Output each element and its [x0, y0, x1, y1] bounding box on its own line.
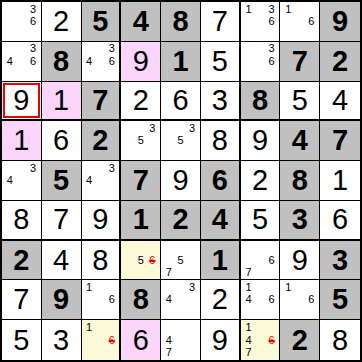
given-digit: 4	[292, 126, 308, 155]
pencil-marks: 47	[161, 320, 200, 360]
cell-r9c3[interactable]: 16	[82, 320, 122, 360]
cell-r4c6[interactable]: 8	[201, 121, 241, 161]
given-digit: 9	[332, 7, 348, 36]
cell-r6c6[interactable]: 4	[201, 201, 241, 241]
given-digit: 8	[292, 166, 308, 195]
cell-r2c7[interactable]: 36	[241, 42, 281, 82]
cell-r1c4[interactable]: 4	[121, 2, 161, 42]
cell-r8c5[interactable]: 34	[161, 280, 201, 320]
cell-r8c9[interactable]: 5	[320, 280, 360, 320]
candidate: 3	[147, 122, 159, 134]
cell-r9c7[interactable]: 1467	[241, 320, 281, 360]
cell-r6c3[interactable]: 9	[82, 201, 122, 241]
cell-r5c1[interactable]: 34	[2, 161, 42, 201]
candidate: 1	[282, 3, 294, 15]
cell-r8c8[interactable]: 16	[280, 280, 320, 320]
cell-r8c7[interactable]: 146	[241, 280, 281, 320]
solved-digit: 5	[292, 86, 308, 115]
pencil-marks: 16	[280, 2, 319, 41]
given-digit: 2	[172, 205, 188, 234]
given-digit: 7	[133, 166, 149, 195]
candidate: 6	[266, 55, 278, 67]
cell-r1c1[interactable]: 36	[2, 2, 42, 42]
solved-digit: 9	[13, 86, 29, 115]
given-digit: 1	[133, 205, 149, 234]
cell-r6c5[interactable]: 2	[161, 201, 201, 241]
candidate: 4	[243, 294, 255, 306]
solved-digit: 2	[53, 7, 69, 36]
cell-r9c8[interactable]: 2	[280, 320, 320, 360]
candidate: 6	[27, 55, 39, 67]
cell-r5c6[interactable]: 6	[201, 161, 241, 201]
candidate: 3	[27, 3, 39, 15]
cell-r6c4[interactable]: 1	[121, 201, 161, 241]
cell-r1c6[interactable]: 7	[201, 2, 241, 42]
cell-r2c3[interactable]: 346	[82, 42, 122, 82]
cell-r7c6[interactable]: 1	[201, 241, 241, 281]
solved-digit: 4	[53, 246, 69, 275]
pencil-marks: 16	[82, 280, 120, 319]
solved-digit: 8	[212, 126, 228, 155]
given-digit: 8	[172, 7, 188, 36]
solved-digit: 7	[53, 205, 69, 234]
cell-r2c1[interactable]: 346	[2, 42, 42, 82]
given-digit: 7	[332, 126, 348, 155]
cell-r1c8[interactable]: 16	[280, 2, 320, 42]
cell-r7c5[interactable]: 57	[161, 241, 201, 281]
given-digit: 5	[53, 166, 69, 195]
cell-r3c4[interactable]: 2	[121, 82, 161, 122]
candidate: 7	[243, 266, 255, 278]
candidate: 6	[27, 15, 39, 27]
pencil-marks: 36	[2, 2, 41, 41]
cell-r3c9[interactable]: 4	[320, 82, 360, 122]
cell-r8c3[interactable]: 16	[82, 280, 122, 320]
pencil-marks: 56	[121, 241, 160, 280]
solved-digit: 9	[252, 126, 268, 155]
solved-digit: 6	[133, 326, 149, 355]
solved-digit: 5	[13, 326, 29, 355]
candidate: 4	[84, 174, 95, 186]
given-digit: 3	[292, 205, 308, 234]
given-digit: 8	[53, 47, 69, 76]
cell-r7c7[interactable]: 67	[241, 241, 281, 281]
pencil-marks: 57	[161, 241, 200, 280]
cell-r3c8[interactable]: 5	[280, 82, 320, 122]
cell-r5c9[interactable]: 1	[320, 161, 360, 201]
cell-r1c9[interactable]: 9	[320, 2, 360, 42]
candidate: 4	[163, 294, 175, 306]
given-digit: 9	[53, 285, 69, 314]
given-digit: 2	[292, 326, 308, 355]
given-digit: 8	[252, 86, 268, 115]
eliminated-candidate: 6	[266, 334, 278, 347]
cell-r8c4[interactable]: 8	[121, 280, 161, 320]
cell-r9c4[interactable]: 6	[121, 320, 161, 360]
solved-digit: 3	[212, 86, 228, 115]
solved-digit: 2	[133, 86, 149, 115]
cell-r6c2[interactable]: 7	[42, 201, 82, 241]
cell-r1c3[interactable]: 5	[82, 2, 122, 42]
pencil-marks: 346	[2, 42, 41, 81]
cell-r4c3[interactable]: 2	[82, 121, 122, 161]
cell-r3c1[interactable]: 9	[2, 82, 42, 122]
pencil-marks: 36	[241, 42, 280, 81]
pencil-marks: 16	[82, 320, 120, 360]
cell-r2c5[interactable]: 1	[161, 42, 201, 82]
candidate: 7	[243, 346, 255, 359]
cell-r4c5[interactable]: 35	[161, 121, 201, 161]
cell-r9c1[interactable]: 5	[2, 320, 42, 360]
cell-r2c9[interactable]: 2	[320, 42, 360, 82]
pencil-marks: 35	[161, 121, 200, 160]
solved-digit: 9	[133, 47, 149, 76]
candidate: 5	[135, 135, 147, 147]
candidate: 1	[84, 281, 95, 293]
cell-r3c2[interactable]: 1	[42, 82, 82, 122]
cell-r4c4[interactable]: 35	[121, 121, 161, 161]
given-digit: 3	[332, 246, 348, 275]
cell-r1c5[interactable]: 8	[161, 2, 201, 42]
cell-r4c1[interactable]: 1	[2, 121, 42, 161]
candidate: 5	[175, 135, 187, 147]
cell-r2c2[interactable]: 8	[42, 42, 82, 82]
candidate: 6	[266, 254, 278, 266]
solved-digit: 9	[172, 166, 188, 195]
cell-r4c8[interactable]: 4	[280, 121, 320, 161]
cell-r2c4[interactable]: 9	[121, 42, 161, 82]
candidate: 7	[163, 346, 175, 359]
cell-r7c1[interactable]: 2	[2, 241, 42, 281]
given-digit: 4	[212, 205, 228, 234]
cell-r3c7[interactable]: 8	[241, 82, 281, 122]
solved-digit: 8	[92, 246, 108, 275]
cell-r6c9[interactable]: 6	[320, 201, 360, 241]
solved-digit: 5	[252, 205, 268, 234]
solved-digit: 2	[252, 166, 268, 195]
solved-digit: 6	[53, 126, 69, 155]
solved-digit: 8	[13, 205, 29, 234]
solved-digit: 5	[212, 47, 228, 76]
cell-r9c6[interactable]: 9	[201, 320, 241, 360]
cell-r8c6[interactable]: 2	[201, 280, 241, 320]
candidate: 5	[175, 254, 187, 266]
candidate: 1	[243, 3, 255, 15]
cell-r5c2[interactable]: 5	[42, 161, 82, 201]
candidate: 6	[106, 294, 117, 306]
cell-r7c2[interactable]: 4	[42, 241, 82, 281]
pencil-marks: 146	[241, 280, 280, 319]
cell-r4c7[interactable]: 9	[241, 121, 281, 161]
sudoku-board: 3625487136169346834691536729172638541623…	[0, 0, 362, 362]
cell-r9c5[interactable]: 47	[161, 320, 201, 360]
candidate: 6	[266, 15, 278, 27]
solved-digit: 6	[332, 205, 348, 234]
candidate: 3	[27, 43, 39, 55]
candidate: 3	[106, 43, 117, 55]
candidate: 4	[163, 334, 175, 347]
cell-r5c4[interactable]: 7	[121, 161, 161, 201]
given-digit: 7	[92, 86, 108, 115]
pencil-marks: 34	[2, 161, 41, 200]
candidate: 6	[306, 15, 318, 27]
cell-r6c1[interactable]: 8	[2, 201, 42, 241]
candidate: 4	[4, 174, 16, 186]
given-digit: 1	[212, 246, 228, 275]
candidate: 3	[266, 3, 278, 15]
eliminated-candidate: 6	[147, 254, 159, 266]
solved-digit: 9	[92, 205, 108, 234]
cell-r7c9[interactable]: 3	[320, 241, 360, 281]
cell-r5c8[interactable]: 8	[280, 161, 320, 201]
candidate: 3	[266, 43, 278, 55]
candidate: 4	[243, 334, 255, 347]
cell-r6c8[interactable]: 3	[280, 201, 320, 241]
cell-r8c1[interactable]: 7	[2, 280, 42, 320]
candidate: 6	[306, 294, 318, 306]
given-digit: 8	[133, 285, 149, 314]
cell-r5c7[interactable]: 2	[241, 161, 281, 201]
given-digit: 4	[133, 7, 149, 36]
eliminated-candidate: 6	[106, 334, 117, 347]
solved-digit: 4	[332, 86, 348, 115]
given-digit: 2	[92, 126, 108, 155]
candidate: 1	[84, 321, 95, 334]
cell-r5c5[interactable]: 9	[161, 161, 201, 201]
given-digit: 6	[212, 166, 228, 195]
pencil-marks: 34	[82, 161, 120, 200]
candidate: 7	[163, 266, 175, 278]
solved-digit: 1	[332, 166, 348, 195]
pencil-marks: 136	[241, 2, 280, 41]
cell-r1c2[interactable]: 2	[42, 2, 82, 42]
cell-r2c8[interactable]: 7	[280, 42, 320, 82]
cell-r6c7[interactable]: 5	[241, 201, 281, 241]
solved-digit: 9	[212, 326, 228, 355]
given-digit: 2	[332, 47, 348, 76]
cell-r4c9[interactable]: 7	[320, 121, 360, 161]
pencil-marks: 34	[161, 280, 200, 319]
pencil-marks: 1467	[241, 320, 280, 360]
candidate: 3	[186, 281, 198, 293]
candidate: 4	[4, 55, 16, 67]
cell-r7c4[interactable]: 56	[121, 241, 161, 281]
solved-digit: 2	[212, 285, 228, 314]
pencil-marks: 346	[82, 42, 120, 81]
candidate: 3	[27, 162, 39, 174]
cell-r9c2[interactable]: 3	[42, 320, 82, 360]
given-digit: 5	[92, 7, 108, 36]
pencil-marks: 67	[241, 241, 280, 280]
pencil-marks: 35	[121, 121, 160, 160]
cell-r4c2[interactable]: 6	[42, 121, 82, 161]
cell-r9c9[interactable]: 8	[320, 320, 360, 360]
candidate: 4	[84, 55, 95, 67]
given-digit: 5	[332, 285, 348, 314]
candidate: 1	[243, 281, 255, 293]
candidate: 1	[243, 321, 255, 334]
candidate: 5	[135, 254, 147, 266]
solved-digit: 3	[53, 326, 69, 355]
cell-r5c3[interactable]: 34	[82, 161, 122, 201]
candidate: 6	[106, 55, 117, 67]
cell-r2c6[interactable]: 5	[201, 42, 241, 82]
solved-digit: 1	[13, 126, 29, 155]
given-digit: 2	[13, 246, 29, 275]
cell-r3c3[interactable]: 7	[82, 82, 122, 122]
solved-digit: 9	[292, 246, 308, 275]
solved-digit: 8	[332, 326, 348, 355]
cell-r8c2[interactable]: 9	[42, 280, 82, 320]
solved-digit: 7	[13, 285, 29, 314]
pencil-marks: 16	[280, 280, 319, 319]
candidate: 1	[282, 281, 294, 293]
solved-digit: 7	[212, 7, 228, 36]
candidate: 3	[186, 122, 198, 134]
given-digit: 7	[292, 47, 308, 76]
cell-r3c5[interactable]: 6	[161, 82, 201, 122]
candidate: 6	[266, 294, 278, 306]
solved-digit: 6	[172, 86, 188, 115]
cell-r3c6[interactable]: 3	[201, 82, 241, 122]
solved-digit: 1	[53, 86, 69, 115]
given-digit: 1	[172, 47, 188, 76]
cell-r7c3[interactable]: 8	[82, 241, 122, 281]
candidate: 3	[106, 162, 117, 174]
cell-r7c8[interactable]: 9	[280, 241, 320, 281]
cell-r1c7[interactable]: 136	[241, 2, 281, 42]
